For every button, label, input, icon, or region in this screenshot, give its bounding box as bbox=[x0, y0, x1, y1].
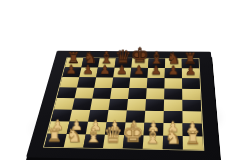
square-f7[interactable]: ♟ bbox=[147, 68, 165, 78]
chess-board: ♜♞♝♛♚♝♞♜♟♟♟♟♟♟♟♟♟♟♟♟♟♟♟♟♜♞♝♛♚♝♞♜ bbox=[26, 51, 220, 160]
square-d5[interactable] bbox=[110, 88, 129, 99]
scene: ♜♞♝♛♚♝♞♜♟♟♟♟♟♟♟♟♟♟♟♟♟♟♟♟♜♞♝♛♚♝♞♜ bbox=[0, 0, 240, 160]
square-h5[interactable] bbox=[182, 89, 200, 100]
playing-field: ♜♞♝♛♚♝♞♜♟♟♟♟♟♟♟♟♟♟♟♟♟♟♟♟♜♞♝♛♚♝♞♜ bbox=[43, 57, 204, 150]
square-h4[interactable] bbox=[182, 100, 201, 112]
square-c7[interactable]: ♟ bbox=[96, 68, 114, 78]
square-b7[interactable]: ♟ bbox=[79, 67, 98, 77]
white-king[interactable]: ♚ bbox=[122, 122, 144, 146]
white-rook[interactable]: ♜ bbox=[47, 128, 63, 145]
square-g4[interactable] bbox=[164, 99, 183, 111]
black-pawn[interactable]: ♟ bbox=[99, 64, 110, 76]
black-pawn[interactable]: ♟ bbox=[168, 64, 179, 76]
square-d4[interactable] bbox=[108, 99, 128, 111]
square-a6[interactable] bbox=[60, 77, 80, 87]
board-3d-wrapper: ♜♞♝♛♚♝♞♜♟♟♟♟♟♟♟♟♟♟♟♟♟♟♟♟♜♞♝♛♚♝♞♜ bbox=[26, 51, 220, 160]
white-rook[interactable]: ♜ bbox=[185, 130, 201, 148]
square-g1[interactable]: ♞ bbox=[163, 136, 183, 150]
square-e1[interactable]: ♚ bbox=[123, 135, 144, 149]
square-e7[interactable]: ♟ bbox=[130, 68, 148, 78]
white-queen[interactable]: ♛ bbox=[103, 124, 123, 146]
square-f4[interactable] bbox=[145, 99, 164, 111]
square-c4[interactable] bbox=[90, 99, 110, 111]
square-c1[interactable]: ♝ bbox=[83, 134, 105, 148]
square-b5[interactable] bbox=[75, 88, 95, 99]
black-pawn[interactable]: ♟ bbox=[133, 64, 144, 76]
square-h1[interactable]: ♜ bbox=[183, 136, 203, 150]
white-knight[interactable]: ♞ bbox=[164, 129, 181, 148]
white-bishop[interactable]: ♝ bbox=[144, 127, 162, 147]
white-bishop[interactable]: ♝ bbox=[85, 126, 103, 146]
square-b1[interactable]: ♞ bbox=[64, 134, 86, 148]
square-h7[interactable]: ♟ bbox=[182, 68, 200, 78]
square-d1[interactable]: ♛ bbox=[103, 135, 124, 149]
square-d7[interactable]: ♟ bbox=[113, 68, 131, 78]
square-g7[interactable]: ♟ bbox=[165, 68, 182, 78]
black-pawn[interactable]: ♟ bbox=[116, 64, 127, 76]
square-e6[interactable] bbox=[129, 78, 147, 89]
square-g5[interactable] bbox=[164, 89, 182, 100]
black-pawn[interactable]: ♟ bbox=[66, 64, 77, 76]
square-d6[interactable] bbox=[112, 78, 131, 89]
square-c5[interactable] bbox=[92, 88, 111, 99]
square-f5[interactable] bbox=[146, 88, 164, 99]
square-f6[interactable] bbox=[147, 78, 165, 89]
black-pawn[interactable]: ♟ bbox=[151, 64, 162, 76]
square-b6[interactable] bbox=[77, 77, 96, 87]
square-e4[interactable] bbox=[127, 99, 146, 111]
white-knight[interactable]: ♞ bbox=[66, 127, 83, 146]
square-c6[interactable] bbox=[94, 77, 113, 88]
square-g6[interactable] bbox=[164, 78, 182, 89]
square-a5[interactable] bbox=[57, 87, 77, 98]
square-e5[interactable] bbox=[128, 88, 147, 99]
black-pawn[interactable]: ♟ bbox=[185, 64, 196, 76]
black-pawn[interactable]: ♟ bbox=[82, 64, 93, 76]
square-a4[interactable] bbox=[54, 98, 75, 110]
square-f1[interactable]: ♝ bbox=[143, 135, 163, 149]
square-b4[interactable] bbox=[72, 98, 92, 110]
chess-set-photo: ♜♞♝♛♚♝♞♜♟♟♟♟♟♟♟♟♟♟♟♟♟♟♟♟♜♞♝♛♚♝♞♜ bbox=[0, 0, 240, 160]
square-h6[interactable] bbox=[182, 78, 200, 89]
